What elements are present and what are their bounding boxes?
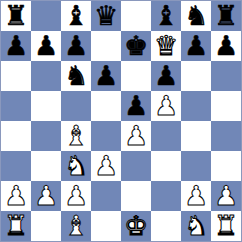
piece-white-bishop[interactable]: ♝ (64, 212, 88, 239)
square-e2[interactable] (121, 181, 151, 211)
piece-white-pawn[interactable]: ♟ (94, 152, 118, 179)
square-f5[interactable]: ♟ (151, 91, 181, 121)
piece-white-pawn[interactable]: ♟ (154, 92, 178, 119)
piece-white-pawn[interactable]: ♟ (64, 182, 88, 209)
square-g2[interactable]: ♟ (181, 181, 211, 211)
square-d3[interactable]: ♟ (91, 151, 121, 181)
square-a4[interactable] (1, 121, 31, 151)
square-b4[interactable] (31, 121, 61, 151)
square-f6[interactable]: ♟ (151, 61, 181, 91)
square-c8[interactable]: ♝ (61, 1, 91, 31)
square-d8[interactable]: ♛ (91, 1, 121, 31)
piece-black-knight[interactable]: ♞ (184, 2, 208, 29)
piece-black-pawn[interactable]: ♟ (64, 32, 88, 59)
square-h1[interactable]: ♜ (211, 211, 241, 241)
square-g5[interactable] (181, 91, 211, 121)
piece-white-queen[interactable]: ♛ (154, 32, 178, 59)
square-f7[interactable]: ♛ (151, 31, 181, 61)
piece-white-pawn[interactable]: ♟ (214, 182, 238, 209)
piece-white-knight[interactable]: ♞ (184, 212, 208, 239)
square-c2[interactable]: ♟ (61, 181, 91, 211)
square-b7[interactable]: ♟ (31, 31, 61, 61)
square-a1[interactable]: ♜ (1, 211, 31, 241)
square-e4[interactable]: ♟ (121, 121, 151, 151)
square-f1[interactable] (151, 211, 181, 241)
square-h4[interactable] (211, 121, 241, 151)
square-a3[interactable] (1, 151, 31, 181)
piece-black-queen[interactable]: ♛ (94, 2, 118, 29)
square-e5[interactable]: ♟ (121, 91, 151, 121)
piece-black-rook[interactable]: ♜ (214, 2, 238, 29)
piece-white-pawn[interactable]: ♟ (4, 182, 28, 209)
square-e3[interactable] (121, 151, 151, 181)
square-c7[interactable]: ♟ (61, 31, 91, 61)
square-e8[interactable] (121, 1, 151, 31)
square-c1[interactable]: ♝ (61, 211, 91, 241)
square-h3[interactable] (211, 151, 241, 181)
square-b5[interactable] (31, 91, 61, 121)
piece-white-pawn[interactable]: ♟ (184, 182, 208, 209)
piece-white-pawn[interactable]: ♟ (124, 122, 148, 149)
square-d1[interactable] (91, 211, 121, 241)
piece-white-king[interactable]: ♚ (124, 212, 148, 239)
square-e1[interactable]: ♚ (121, 211, 151, 241)
square-g1[interactable]: ♞ (181, 211, 211, 241)
piece-black-pawn[interactable]: ♟ (34, 32, 58, 59)
square-g3[interactable] (181, 151, 211, 181)
square-a2[interactable]: ♟ (1, 181, 31, 211)
square-b6[interactable] (31, 61, 61, 91)
square-a6[interactable] (1, 61, 31, 91)
square-a8[interactable]: ♜ (1, 1, 31, 31)
square-f8[interactable]: ♝ (151, 1, 181, 31)
piece-black-pawn[interactable]: ♟ (4, 32, 28, 59)
square-d4[interactable] (91, 121, 121, 151)
piece-black-king[interactable]: ♚ (124, 32, 148, 59)
square-f3[interactable] (151, 151, 181, 181)
square-h6[interactable] (211, 61, 241, 91)
piece-white-knight[interactable]: ♞ (64, 152, 88, 179)
square-c4[interactable]: ♝ (61, 121, 91, 151)
chess-board: ♜♝♛♝♞♜♟♟♟♚♛♟♟♞♟♟♟♟♝♟♞♟♟♟♟♟♟♜♝♚♞♜ (0, 0, 242, 242)
square-c5[interactable] (61, 91, 91, 121)
square-b3[interactable] (31, 151, 61, 181)
piece-black-pawn[interactable]: ♟ (154, 62, 178, 89)
square-h8[interactable]: ♜ (211, 1, 241, 31)
square-f2[interactable] (151, 181, 181, 211)
piece-black-rook[interactable]: ♜ (4, 2, 28, 29)
square-h2[interactable]: ♟ (211, 181, 241, 211)
square-b1[interactable] (31, 211, 61, 241)
square-b2[interactable]: ♟ (31, 181, 61, 211)
square-c3[interactable]: ♞ (61, 151, 91, 181)
piece-black-pawn[interactable]: ♟ (124, 92, 148, 119)
square-h5[interactable] (211, 91, 241, 121)
square-g8[interactable]: ♞ (181, 1, 211, 31)
square-f4[interactable] (151, 121, 181, 151)
square-g7[interactable]: ♟ (181, 31, 211, 61)
piece-white-rook[interactable]: ♜ (4, 212, 28, 239)
piece-black-pawn[interactable]: ♟ (214, 32, 238, 59)
piece-white-rook[interactable]: ♜ (214, 212, 238, 239)
square-e7[interactable]: ♚ (121, 31, 151, 61)
piece-black-knight[interactable]: ♞ (64, 62, 88, 89)
piece-black-pawn[interactable]: ♟ (94, 62, 118, 89)
square-b8[interactable] (31, 1, 61, 31)
square-g4[interactable] (181, 121, 211, 151)
square-d5[interactable] (91, 91, 121, 121)
piece-white-bishop[interactable]: ♝ (64, 122, 88, 149)
piece-black-pawn[interactable]: ♟ (184, 32, 208, 59)
square-h7[interactable]: ♟ (211, 31, 241, 61)
square-d6[interactable]: ♟ (91, 61, 121, 91)
square-c6[interactable]: ♞ (61, 61, 91, 91)
piece-white-pawn[interactable]: ♟ (34, 182, 58, 209)
square-g6[interactable] (181, 61, 211, 91)
square-d7[interactable] (91, 31, 121, 61)
piece-black-bishop[interactable]: ♝ (154, 2, 178, 29)
square-a5[interactable] (1, 91, 31, 121)
square-e6[interactable] (121, 61, 151, 91)
piece-black-bishop[interactable]: ♝ (64, 2, 88, 29)
square-a7[interactable]: ♟ (1, 31, 31, 61)
square-d2[interactable] (91, 181, 121, 211)
